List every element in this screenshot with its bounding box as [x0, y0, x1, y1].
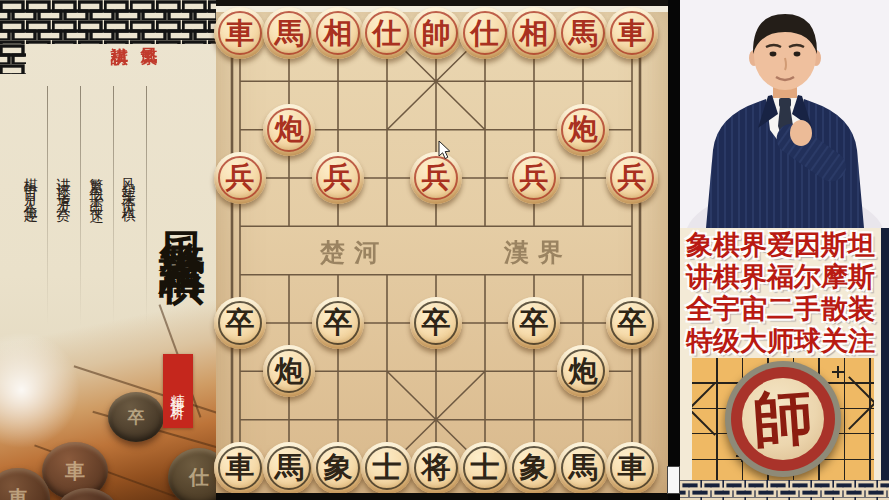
piece-red-n-c8r1[interactable]: 馬 [557, 7, 609, 59]
host-portrait [680, 0, 889, 228]
piece-red-a-c4r1[interactable]: 仕 [361, 7, 413, 59]
piece-glyph: 馬 [275, 19, 304, 48]
piece-glyph: 相 [520, 19, 549, 48]
piece-glyph: 卒 [618, 308, 647, 337]
piece-black-p-c9r7[interactable]: 卒 [606, 297, 658, 349]
piece-red-k-c5r1[interactable]: 帥 [410, 7, 462, 59]
xiangqi-board-area[interactable]: 楚河 漢界 車馬相仕帥仕相馬車炮炮兵兵兵兵兵卒卒卒卒卒炮炮車馬象士将士象馬車 [216, 0, 668, 500]
piece-glyph: 炮 [275, 357, 304, 386]
slogan-line-1: 象棋界爱因斯坦 [686, 229, 875, 261]
slogan-line-3: 全宇宙二手散装 [686, 293, 875, 325]
poem-column-4: 棋中日月人生趣 [16, 104, 40, 264]
piece-black-n-c2r10[interactable]: 馬 [263, 442, 315, 494]
host-portrait-drawing [680, 0, 889, 228]
piece-glyph: 卒 [520, 308, 549, 337]
lattice-bottom-icon [680, 480, 889, 500]
piece-glyph: 馬 [569, 453, 598, 482]
piece-black-c-c8r8[interactable]: 炮 [557, 345, 609, 397]
piece-black-p-c3r7[interactable]: 卒 [312, 297, 364, 349]
piece-black-p-c1r7[interactable]: 卒 [214, 297, 266, 349]
piece-black-b-c3r10[interactable]: 象 [312, 442, 364, 494]
piece-glyph: 兵 [520, 163, 549, 192]
poem-column-2: 繁星似子弈中迷 [82, 104, 106, 264]
poem-divider [47, 86, 48, 326]
piece-glyph: 相 [324, 19, 353, 48]
piece-glyph: 士 [471, 453, 500, 482]
piece-black-r-c1r10[interactable]: 車 [214, 442, 266, 494]
piece-red-p-c5r4[interactable]: 兵 [410, 152, 462, 204]
piece-glyph: 士 [373, 453, 402, 482]
slogan-line-2: 讲棋界福尔摩斯 [686, 261, 875, 293]
piece-glyph: 車 [618, 453, 647, 482]
seal-stamp: 風繁 講棋 [112, 34, 156, 94]
logo-board-diagonal [848, 376, 874, 430]
master-piece-char: 師 [750, 377, 816, 462]
logo-board: 師 [692, 358, 874, 480]
photo-piece: 卒 [108, 392, 164, 442]
piece-red-r-c9r1[interactable]: 車 [606, 7, 658, 59]
piece-glyph: 兵 [618, 163, 647, 192]
piece-glyph: 将 [422, 453, 451, 482]
logo-board-marker [832, 366, 844, 378]
piece-black-k-c5r10[interactable]: 将 [410, 442, 462, 494]
piece-glyph: 炮 [275, 115, 304, 144]
piece-red-n-c2r1[interactable]: 馬 [263, 7, 315, 59]
piece-black-p-c5r7[interactable]: 卒 [410, 297, 462, 349]
master-piece: 師 [725, 361, 841, 477]
piece-red-a-c6r1[interactable]: 仕 [459, 7, 511, 59]
logo-section: 師 [680, 358, 881, 480]
panel-edge [881, 228, 889, 480]
logo-board-diagonal [692, 382, 716, 436]
piece-glyph: 帥 [422, 19, 451, 48]
piece-glyph: 兵 [422, 163, 451, 192]
stream-layout: 卒 車 仕 車 炮 風繁 講棋 風繁講棋 [0, 0, 889, 500]
poem-column-1: 风起萍末诗入棋 [114, 104, 138, 264]
piece-red-b-c7r1[interactable]: 相 [508, 7, 560, 59]
piece-red-c-c8r3[interactable]: 炮 [557, 104, 609, 156]
piece-red-c-c2r3[interactable]: 炮 [263, 104, 315, 156]
piece-black-a-c6r10[interactable]: 士 [459, 442, 511, 494]
mouse-cursor-icon [438, 141, 453, 161]
right-panel: 象棋界爱因斯坦 讲棋界福尔摩斯 全宇宙二手散装 特级大师球关注 師 [680, 0, 889, 500]
piece-glyph: 卒 [324, 308, 353, 337]
poster-title: 風繁講棋 [150, 88, 208, 338]
piece-black-a-c4r10[interactable]: 士 [361, 442, 413, 494]
lattice-top-edge-icon [0, 44, 26, 74]
poem-column-3: 讲评论道万人赏 [49, 104, 73, 264]
piece-black-c-c2r8[interactable]: 炮 [263, 345, 315, 397]
piece-black-p-c7r7[interactable]: 卒 [508, 297, 560, 349]
piece-black-r-c9r10[interactable]: 車 [606, 442, 658, 494]
piece-glyph: 卒 [226, 308, 255, 337]
piece-glyph: 炮 [569, 357, 598, 386]
board-bottom-strip [216, 493, 668, 500]
piece-glyph: 卒 [422, 308, 451, 337]
highlight-badge: 精讲赏析 [163, 354, 193, 428]
piece-red-b-c3r1[interactable]: 相 [312, 7, 364, 59]
logo-board-diagonal [848, 376, 874, 430]
piece-glyph: 兵 [324, 163, 353, 192]
piece-glyph: 車 [618, 19, 647, 48]
poem-divider [80, 86, 81, 326]
piece-glyph: 車 [226, 453, 255, 482]
piece-glyph: 象 [520, 453, 549, 482]
slogan-block: 象棋界爱因斯坦 讲棋界福尔摩斯 全宇宙二手散装 特级大师球关注 [680, 228, 881, 358]
piece-glyph: 炮 [569, 115, 598, 144]
piece-black-b-c7r10[interactable]: 象 [508, 442, 560, 494]
logo-board-diagonal [692, 382, 716, 436]
piece-glyph: 車 [226, 19, 255, 48]
piece-glyph: 仕 [373, 19, 402, 48]
piece-red-p-c3r4[interactable]: 兵 [312, 152, 364, 204]
side-divider [668, 0, 680, 500]
piece-black-n-c8r10[interactable]: 馬 [557, 442, 609, 494]
piece-red-p-c7r4[interactable]: 兵 [508, 152, 560, 204]
piece-glyph: 馬 [275, 453, 304, 482]
piece-red-p-c9r4[interactable]: 兵 [606, 152, 658, 204]
poem-divider [146, 86, 147, 326]
master-piece-face: 師 [742, 378, 824, 460]
ui-artifact [667, 466, 680, 494]
piece-glyph: 兵 [226, 163, 255, 192]
left-poster: 卒 車 仕 車 炮 風繁 講棋 風繁講棋 [0, 0, 216, 500]
piece-red-r-c1r1[interactable]: 車 [214, 7, 266, 59]
slogan-line-4: 特级大师球关注 [686, 325, 875, 357]
piece-glyph: 象 [324, 453, 353, 482]
piece-glyph: 仕 [471, 19, 500, 48]
piece-layer: 車馬相仕帥仕相馬車炮炮兵兵兵兵兵卒卒卒卒卒炮炮車馬象士将士象馬車 [216, 0, 668, 500]
piece-red-p-c1r4[interactable]: 兵 [214, 152, 266, 204]
piece-glyph: 馬 [569, 19, 598, 48]
